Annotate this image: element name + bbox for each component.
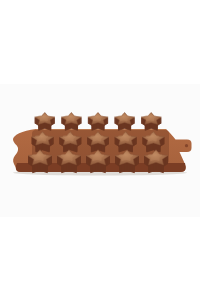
star-cavity-r1-c4 [115, 112, 135, 130]
star-cavity-r1-c3 [88, 112, 108, 130]
star-cavity-r1-c2 [61, 112, 81, 130]
star-cavity-grid [28, 112, 168, 172]
product-photo [0, 0, 200, 300]
star-cavity-r1-c1 [35, 112, 55, 130]
star-cavity-r1-c5 [141, 112, 161, 130]
chocolate-mold-illustration [0, 0, 200, 300]
hanging-tab-hole [185, 144, 188, 147]
